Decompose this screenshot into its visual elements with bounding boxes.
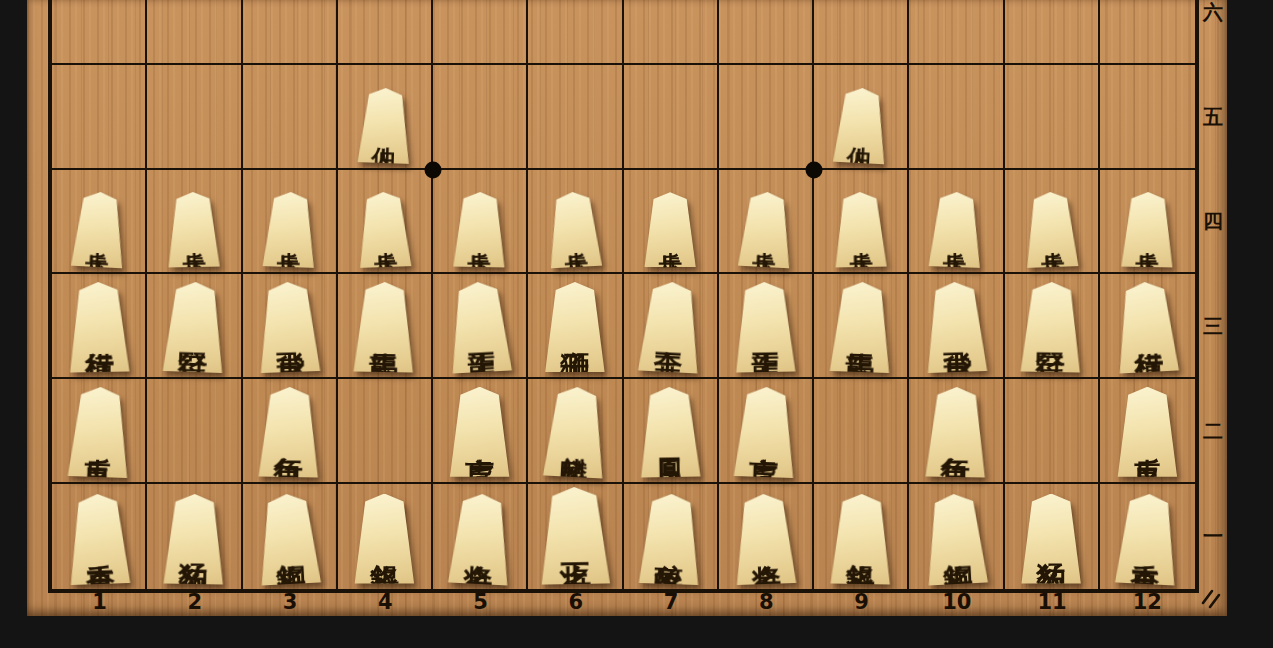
piece-wrapper: 反車 (64, 386, 133, 478)
piece-blind-tiger[interactable]: 盲虎 (731, 386, 800, 478)
board-grid: 仲人仲人歩兵歩兵歩兵歩兵歩兵歩兵歩兵歩兵歩兵歩兵歩兵歩兵横行竪行飛車龍馬龍王獅子… (48, 0, 1199, 593)
piece-wrapper: 香車 (64, 492, 133, 584)
piece-wrapper: 盲虎 (731, 386, 800, 478)
piece-kanji: 反車 (1133, 428, 1162, 436)
piece-wrapper: 銀将 (351, 494, 417, 584)
piece-kanji: 歩兵 (1039, 225, 1063, 234)
piece-kanji: 王将 (559, 531, 591, 540)
star-point (806, 162, 823, 179)
square-4-一[interactable]: 銀将 (338, 484, 433, 589)
square-6-三[interactable]: 獅子 (528, 274, 623, 379)
piece-kirin[interactable]: 麒麟 (540, 385, 611, 478)
piece-wrapper: 猛豹 (160, 493, 228, 584)
piece-wrapper: 銅将 (254, 492, 325, 585)
square-10-一[interactable]: 銅将 (909, 484, 1004, 589)
piece-kanji: 歩兵 (372, 225, 396, 234)
piece-dragon-horse[interactable]: 龍馬 (826, 281, 895, 373)
square-5-二[interactable]: 盲虎 (433, 379, 528, 484)
file-label-10: 10 (909, 589, 1004, 615)
square-3-六[interactable] (243, 0, 338, 65)
piece-go-between[interactable]: 仲人 (355, 87, 415, 164)
square-1-五[interactable] (52, 65, 147, 170)
square-10-四[interactable]: 歩兵 (909, 170, 1004, 275)
square-9-一[interactable]: 銀将 (814, 484, 909, 589)
piece-kanji: 飛車 (274, 322, 303, 331)
piece-copper-general[interactable]: 銅将 (921, 492, 992, 585)
square-10-五[interactable] (909, 65, 1004, 170)
piece-wrapper: 歩兵 (165, 192, 223, 268)
piece-bishop[interactable]: 角行 (255, 386, 323, 477)
piece-wrapper: 仲人 (830, 86, 891, 164)
square-4-六[interactable] (338, 0, 433, 65)
piece-kanji: 龍王 (465, 322, 494, 332)
piece-kanji: 歩兵 (468, 226, 492, 234)
piece-silver-general[interactable]: 銀将 (351, 494, 417, 584)
piece-wrapper: 龍馬 (826, 281, 895, 373)
file-label-3: 3 (243, 589, 338, 615)
chu-shogi-app: 仲人仲人歩兵歩兵歩兵歩兵歩兵歩兵歩兵歩兵歩兵歩兵歩兵歩兵横行竪行飛車龍馬龍王獅子… (0, 0, 1273, 648)
piece-kanji: 歩兵 (1135, 226, 1159, 234)
square-1-四[interactable]: 歩兵 (52, 170, 147, 275)
square-12-四[interactable]: 歩兵 (1100, 170, 1195, 275)
piece-kanji: 仲人 (848, 120, 872, 129)
piece-kanji: 龍馬 (370, 323, 399, 332)
piece-kanji: 銅将 (274, 534, 303, 544)
square-7-二[interactable]: 鳳凰 (624, 379, 719, 484)
file-label-8: 8 (719, 589, 814, 615)
square-8-二[interactable]: 盲虎 (719, 379, 814, 484)
piece-copper-general[interactable]: 銅将 (254, 492, 325, 585)
square-6-一[interactable]: 王将 (528, 484, 623, 589)
piece-kanji: 角行 (275, 427, 304, 436)
square-3-四[interactable]: 歩兵 (243, 170, 338, 275)
rank-label-二: 二 (1199, 379, 1227, 484)
piece-kanji: 金将 (751, 534, 780, 543)
piece-kanji: 角行 (941, 427, 970, 436)
piece-kanji: 銀将 (370, 535, 399, 543)
piece-vertical-mover[interactable]: 竪行 (159, 281, 228, 373)
piece-kanji: 香車 (1133, 534, 1162, 544)
square-4-二[interactable] (338, 379, 433, 484)
piece-wrapper: 猛豹 (1018, 494, 1084, 584)
square-12-五[interactable] (1100, 65, 1195, 170)
piece-kanji: 歩兵 (658, 226, 682, 234)
piece-blind-tiger[interactable]: 盲虎 (447, 387, 513, 477)
piece-dragon-king[interactable]: 龍王 (444, 280, 515, 373)
rank-label-三: 三 (1199, 274, 1227, 379)
piece-rook[interactable]: 飛車 (921, 281, 990, 373)
square-8-三[interactable]: 龍王 (719, 274, 814, 379)
piece-wrapper: 歩兵 (544, 191, 605, 269)
square-11-五[interactable] (1005, 65, 1100, 170)
square-9-三[interactable]: 龍馬 (814, 274, 909, 379)
piece-kanji: 奔王 (655, 322, 684, 332)
square-3-一[interactable]: 銅将 (243, 484, 338, 589)
square-12-二[interactable]: 反車 (1100, 379, 1195, 484)
piece-wrapper: 歩兵 (926, 191, 986, 268)
piece-wrapper: 角行 (922, 386, 990, 477)
piece-kanji: 猛豹 (179, 534, 208, 543)
square-9-四[interactable]: 歩兵 (814, 170, 909, 275)
square-1-二[interactable]: 反車 (52, 379, 147, 484)
piece-pawn[interactable]: 歩兵 (544, 191, 605, 269)
square-8-四[interactable]: 歩兵 (719, 170, 814, 275)
piece-kanji: 飛車 (941, 322, 970, 331)
square-3-三[interactable]: 飛車 (243, 274, 338, 379)
piece-pawn[interactable]: 歩兵 (926, 191, 986, 268)
piece-pawn[interactable]: 歩兵 (68, 191, 129, 269)
piece-kanji: 歩兵 (86, 225, 110, 234)
square-1-三[interactable]: 横行 (52, 274, 147, 379)
square-7-六[interactable] (624, 0, 719, 65)
file-label-5: 5 (433, 589, 528, 615)
piece-wrapper: 金将 (444, 492, 515, 585)
piece-kanji: 歩兵 (182, 226, 206, 234)
square-7-一[interactable]: 醉象 (624, 484, 719, 589)
piece-kanji: 歩兵 (944, 225, 968, 234)
rank-label-五: 五 (1199, 65, 1227, 170)
piece-wrapper: 飛車 (255, 281, 324, 373)
square-9-五[interactable]: 仲人 (814, 65, 909, 170)
square-10-三[interactable]: 飛車 (909, 274, 1004, 379)
rank-labels: 六五四三二一 (1199, 0, 1227, 588)
piece-wrapper: 歩兵 (68, 191, 129, 269)
file-label-2: 2 (147, 589, 242, 615)
square-9-六[interactable] (814, 0, 909, 65)
square-1-一[interactable]: 香車 (52, 484, 147, 589)
rank-label-四: 四 (1199, 170, 1227, 275)
piece-wrapper: 歩兵 (735, 191, 796, 269)
square-2-一[interactable]: 猛豹 (147, 484, 242, 589)
piece-vertical-mover[interactable]: 竪行 (1017, 281, 1085, 372)
piece-pawn[interactable]: 歩兵 (355, 191, 415, 268)
square-5-四[interactable]: 歩兵 (433, 170, 528, 275)
resize-handle-icon[interactable] (1197, 586, 1227, 612)
piece-ferocious-leopard[interactable]: 猛豹 (1018, 494, 1084, 584)
piece-wrapper: 銅将 (921, 492, 992, 585)
piece-kanji: 反車 (84, 427, 113, 436)
piece-pawn[interactable]: 歩兵 (165, 192, 223, 268)
square-6-二[interactable]: 麒麟 (528, 379, 623, 484)
piece-phoenix[interactable]: 鳳凰 (636, 386, 704, 477)
piece-king[interactable]: 王将 (536, 486, 614, 584)
piece-lance[interactable]: 香車 (1112, 492, 1183, 585)
square-11-六[interactable] (1005, 0, 1100, 65)
square-11-一[interactable]: 猛豹 (1005, 484, 1100, 589)
piece-wrapper: 歩兵 (450, 192, 508, 268)
file-label-7: 7 (624, 589, 719, 615)
chu-shogi-board: 仲人仲人歩兵歩兵歩兵歩兵歩兵歩兵歩兵歩兵歩兵歩兵歩兵歩兵横行竪行飛車龍馬龍王獅子… (27, 0, 1227, 616)
piece-wrapper: 龍王 (732, 281, 800, 372)
square-7-五[interactable] (624, 65, 719, 170)
piece-wrapper: 醉象 (636, 492, 705, 584)
piece-wrapper: 鳳凰 (636, 386, 704, 477)
square-12-一[interactable]: 香車 (1100, 484, 1195, 589)
file-label-12: 12 (1100, 589, 1195, 615)
file-label-11: 11 (1005, 589, 1100, 615)
square-3-二[interactable]: 角行 (243, 379, 338, 484)
square-10-六[interactable] (909, 0, 1004, 65)
piece-kanji: 竪行 (1037, 323, 1066, 332)
square-2-五[interactable] (147, 65, 242, 170)
square-1-六[interactable] (52, 0, 147, 65)
piece-rook[interactable]: 飛車 (255, 281, 324, 373)
file-label-1: 1 (52, 589, 147, 615)
star-point (425, 162, 442, 179)
square-4-三[interactable]: 龍馬 (338, 274, 433, 379)
piece-wrapper: 盲虎 (447, 387, 513, 477)
piece-drunk-elephant[interactable]: 醉象 (636, 492, 705, 584)
square-12-六[interactable] (1100, 0, 1195, 65)
piece-wrapper: 金将 (731, 492, 800, 584)
piece-pawn[interactable]: 歩兵 (259, 191, 319, 268)
piece-pawn[interactable]: 歩兵 (735, 191, 796, 269)
piece-free-king[interactable]: 奔王 (635, 280, 706, 373)
piece-kanji: 盲虎 (465, 428, 494, 436)
piece-wrapper: 王将 (536, 486, 614, 584)
square-6-六[interactable] (528, 0, 623, 65)
piece-kanji: 猛豹 (1037, 535, 1066, 543)
rank-label-一: 一 (1199, 484, 1227, 589)
piece-kanji: 盲虎 (751, 427, 780, 436)
piece-gold-general[interactable]: 金将 (731, 492, 800, 584)
piece-dragon-king[interactable]: 龍王 (732, 281, 800, 372)
piece-pawn[interactable]: 歩兵 (450, 192, 508, 268)
file-label-6: 6 (528, 589, 623, 615)
file-labels: 123456789101112 (48, 589, 1217, 615)
piece-wrapper: 歩兵 (831, 192, 889, 268)
piece-kanji: 香車 (84, 534, 113, 543)
piece-wrapper: 角行 (255, 386, 323, 477)
piece-wrapper: 歩兵 (642, 192, 699, 267)
piece-wrapper: 龍馬 (351, 281, 419, 372)
square-7-三[interactable]: 奔王 (624, 274, 719, 379)
square-4-四[interactable]: 歩兵 (338, 170, 433, 275)
square-5-六[interactable] (433, 0, 528, 65)
piece-kanji: 歩兵 (277, 225, 301, 234)
square-2-四[interactable]: 歩兵 (147, 170, 242, 275)
piece-reverse-chariot[interactable]: 反車 (1114, 387, 1180, 477)
piece-kanji: 銅将 (941, 534, 970, 544)
piece-dragon-horse[interactable]: 龍馬 (351, 281, 419, 372)
piece-wrapper: 歩兵 (1118, 192, 1176, 268)
piece-pawn[interactable]: 歩兵 (642, 192, 699, 267)
piece-wrapper: 獅子 (542, 282, 608, 372)
square-2-三[interactable]: 竪行 (147, 274, 242, 379)
square-6-五[interactable] (528, 65, 623, 170)
piece-wrapper: 銀将 (827, 493, 895, 584)
square-4-五[interactable]: 仲人 (338, 65, 433, 170)
piece-wrapper: 横行 (65, 281, 133, 372)
piece-wrapper: 麒麟 (540, 385, 611, 478)
piece-bishop[interactable]: 角行 (922, 386, 990, 477)
square-8-一[interactable]: 金将 (719, 484, 814, 589)
piece-pawn[interactable]: 歩兵 (1118, 192, 1176, 268)
piece-wrapper: 龍王 (444, 280, 515, 373)
square-6-四[interactable]: 歩兵 (528, 170, 623, 275)
piece-wrapper: 奔王 (635, 280, 706, 373)
piece-wrapper: 歩兵 (259, 191, 319, 268)
file-label-9: 9 (814, 589, 909, 615)
file-label-4: 4 (338, 589, 433, 615)
piece-wrapper: 竪行 (159, 281, 228, 373)
piece-kanji: 歩兵 (563, 225, 587, 234)
piece-kanji: 醉象 (655, 534, 684, 543)
piece-wrapper: 歩兵 (1021, 191, 1081, 268)
square-5-三[interactable]: 龍王 (433, 274, 528, 379)
square-11-三[interactable]: 竪行 (1005, 274, 1100, 379)
piece-kanji: 龍馬 (846, 322, 875, 331)
square-10-二[interactable]: 角行 (909, 379, 1004, 484)
piece-reverse-chariot[interactable]: 反車 (64, 386, 133, 478)
piece-wrapper: 飛車 (921, 281, 990, 373)
piece-lance[interactable]: 香車 (64, 492, 133, 584)
piece-kanji: 横行 (84, 323, 113, 332)
square-7-四[interactable]: 歩兵 (624, 170, 719, 275)
piece-pawn[interactable]: 歩兵 (1021, 191, 1081, 268)
square-2-二[interactable] (147, 379, 242, 484)
piece-ferocious-leopard[interactable]: 猛豹 (160, 493, 228, 584)
square-12-三[interactable]: 横行 (1100, 274, 1195, 379)
square-8-五[interactable] (719, 65, 814, 170)
square-11-四[interactable]: 歩兵 (1005, 170, 1100, 275)
piece-kanji: 歩兵 (753, 225, 777, 234)
piece-side-mover[interactable]: 横行 (65, 281, 133, 372)
square-5-五[interactable] (433, 65, 528, 170)
square-5-一[interactable]: 金将 (433, 484, 528, 589)
piece-pawn[interactable]: 歩兵 (831, 192, 889, 268)
square-9-二[interactable] (814, 379, 909, 484)
piece-silver-general[interactable]: 銀将 (827, 493, 895, 584)
piece-wrapper: 歩兵 (355, 191, 415, 268)
piece-wrapper: 香車 (1112, 492, 1183, 585)
piece-wrapper: 横行 (1112, 280, 1183, 373)
piece-kanji: 竪行 (179, 322, 208, 331)
piece-wrapper: 反車 (1114, 387, 1180, 477)
piece-kanji: 龍王 (751, 323, 780, 332)
square-2-六[interactable] (147, 0, 242, 65)
piece-kanji: 金将 (465, 534, 494, 544)
piece-kanji: 仲人 (372, 121, 396, 130)
piece-lion[interactable]: 獅子 (542, 282, 608, 372)
piece-kanji: 麒麟 (560, 427, 589, 437)
square-11-二[interactable] (1005, 379, 1100, 484)
rank-label-六: 六 (1199, 0, 1227, 65)
piece-kanji: 獅子 (560, 323, 589, 331)
piece-wrapper: 仲人 (355, 87, 415, 164)
piece-go-between[interactable]: 仲人 (830, 86, 891, 164)
square-3-五[interactable] (243, 65, 338, 170)
piece-kanji: 歩兵 (849, 226, 873, 234)
square-8-六[interactable] (719, 0, 814, 65)
piece-wrapper: 竪行 (1017, 281, 1085, 372)
piece-kanji: 横行 (1133, 322, 1162, 332)
piece-kanji: 鳳凰 (656, 427, 685, 436)
piece-side-mover[interactable]: 横行 (1112, 280, 1183, 373)
piece-gold-general[interactable]: 金将 (444, 492, 515, 585)
piece-kanji: 銀将 (846, 534, 875, 543)
